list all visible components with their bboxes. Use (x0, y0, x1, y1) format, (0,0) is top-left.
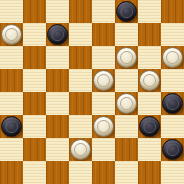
black-man[interactable] (162, 139, 183, 160)
square-a4 (0, 92, 23, 115)
square-h5 (161, 69, 184, 92)
white-man[interactable] (139, 70, 160, 91)
square-f6[interactable] (115, 46, 138, 69)
square-e7[interactable] (92, 23, 115, 46)
square-f5 (115, 69, 138, 92)
square-h3 (161, 115, 184, 138)
square-a1[interactable] (0, 161, 23, 184)
square-h4[interactable] (161, 92, 184, 115)
square-g7[interactable] (138, 23, 161, 46)
white-man[interactable] (93, 70, 114, 91)
checker-ring (97, 120, 110, 133)
square-e1[interactable] (92, 161, 115, 184)
square-e2 (92, 138, 115, 161)
square-h6[interactable] (161, 46, 184, 69)
checker-ring (74, 143, 87, 156)
checker-ring (166, 51, 179, 64)
checker-ring (120, 51, 133, 64)
square-a6 (0, 46, 23, 69)
square-b8[interactable] (23, 0, 46, 23)
square-b5 (23, 69, 46, 92)
square-d3 (69, 115, 92, 138)
black-man[interactable] (1, 116, 22, 137)
square-g1[interactable] (138, 161, 161, 184)
square-e4 (92, 92, 115, 115)
square-d4[interactable] (69, 92, 92, 115)
square-d8[interactable] (69, 0, 92, 23)
white-man[interactable] (116, 47, 137, 68)
checker-ring (166, 143, 179, 156)
black-man[interactable] (47, 24, 68, 45)
white-man[interactable] (162, 47, 183, 68)
square-d7 (69, 23, 92, 46)
square-f1 (115, 161, 138, 184)
square-c2 (46, 138, 69, 161)
square-e8 (92, 0, 115, 23)
white-man[interactable] (93, 116, 114, 137)
square-h2[interactable] (161, 138, 184, 161)
square-f3 (115, 115, 138, 138)
white-man[interactable] (70, 139, 91, 160)
checker-ring (51, 28, 64, 41)
square-g4 (138, 92, 161, 115)
square-a8 (0, 0, 23, 23)
square-e6 (92, 46, 115, 69)
checker-ring (5, 28, 18, 41)
square-d6[interactable] (69, 46, 92, 69)
square-a7[interactable] (0, 23, 23, 46)
checker-ring (166, 97, 179, 110)
square-f2[interactable] (115, 138, 138, 161)
square-b2[interactable] (23, 138, 46, 161)
square-c8 (46, 0, 69, 23)
checker-ring (143, 74, 156, 87)
square-b1 (23, 161, 46, 184)
square-d1 (69, 161, 92, 184)
square-b6[interactable] (23, 46, 46, 69)
checker-ring (120, 97, 133, 110)
square-g5[interactable] (138, 69, 161, 92)
square-c4 (46, 92, 69, 115)
square-e5[interactable] (92, 69, 115, 92)
black-man[interactable] (116, 1, 137, 22)
square-g3[interactable] (138, 115, 161, 138)
square-b7 (23, 23, 46, 46)
square-g2 (138, 138, 161, 161)
square-g8 (138, 0, 161, 23)
black-man[interactable] (162, 93, 183, 114)
white-man[interactable] (116, 93, 137, 114)
square-e3[interactable] (92, 115, 115, 138)
square-c1[interactable] (46, 161, 69, 184)
square-d2[interactable] (69, 138, 92, 161)
square-c7[interactable] (46, 23, 69, 46)
square-a2 (0, 138, 23, 161)
square-a5[interactable] (0, 69, 23, 92)
square-c3[interactable] (46, 115, 69, 138)
square-a3[interactable] (0, 115, 23, 138)
black-man[interactable] (139, 116, 160, 137)
square-g6 (138, 46, 161, 69)
square-f7 (115, 23, 138, 46)
square-f4[interactable] (115, 92, 138, 115)
square-h8[interactable] (161, 0, 184, 23)
checker-ring (120, 5, 133, 18)
square-c6 (46, 46, 69, 69)
checker-ring (5, 120, 18, 133)
square-b3 (23, 115, 46, 138)
checker-ring (143, 120, 156, 133)
square-h7 (161, 23, 184, 46)
square-d5 (69, 69, 92, 92)
square-h1 (161, 161, 184, 184)
square-f8[interactable] (115, 0, 138, 23)
checker-ring (97, 74, 110, 87)
checkers-board (0, 0, 184, 184)
white-man[interactable] (1, 24, 22, 45)
square-c5[interactable] (46, 69, 69, 92)
square-b4[interactable] (23, 92, 46, 115)
